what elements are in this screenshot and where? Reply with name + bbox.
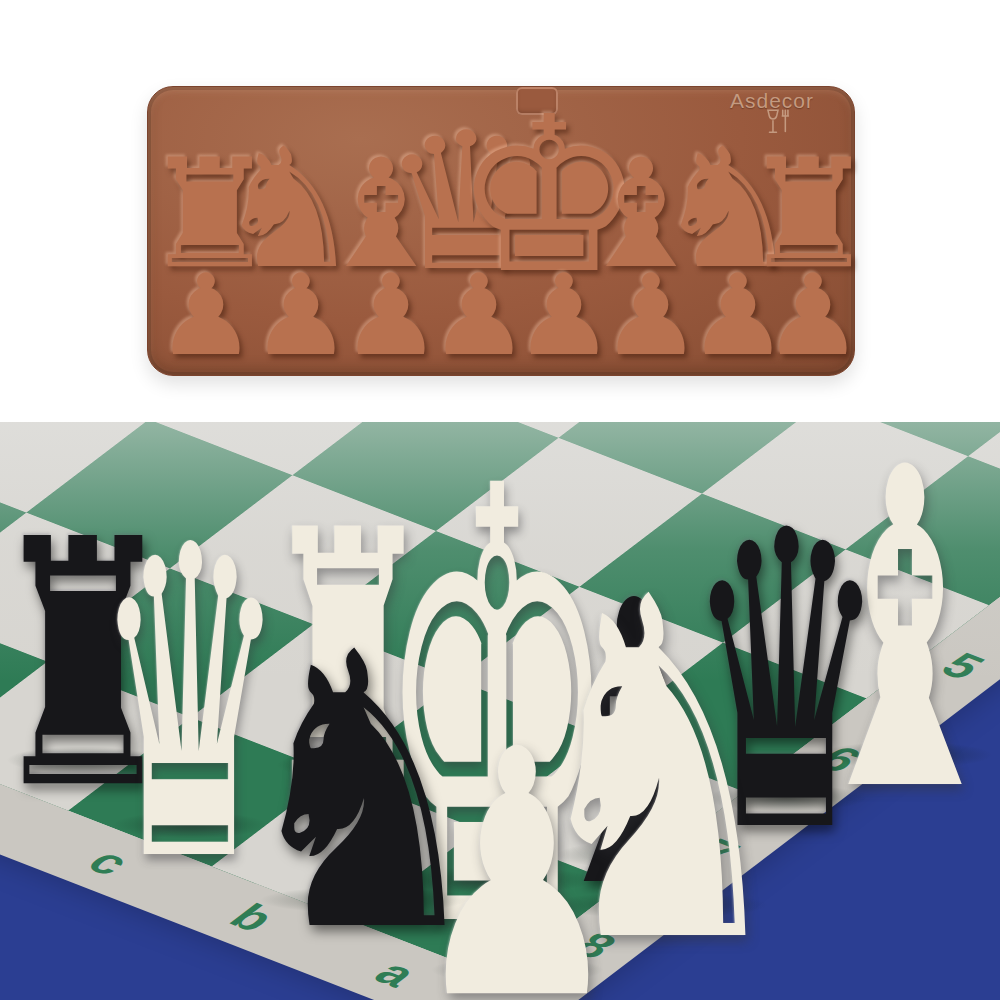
- mold-cavity-pawn: ♟: [156, 259, 256, 371]
- board-photo: dcba5678 ♜♛♜♞♚♟♝♞♛♝: [0, 422, 1000, 1000]
- piece-white-pawn: ♟: [410, 705, 623, 1000]
- chocolate-chess-mold: Asdecor ♜♞♝♛♚♝♞♜♟♟♟♟♟♟♟♟: [147, 86, 855, 376]
- mold-cavity-pawn: ♟: [601, 259, 701, 371]
- mold-cavity-pawn: ♟: [251, 259, 351, 371]
- mold-photo: Asdecor ♜♞♝♛♚♝♞♜♟♟♟♟♟♟♟♟: [0, 0, 1000, 422]
- mold-cavity-pawn: ♟: [514, 259, 614, 371]
- mold-cavity-pawn: ♟: [763, 259, 863, 371]
- mold-cavity-pawn: ♟: [341, 259, 441, 371]
- mold-cavities: ♜♞♝♛♚♝♞♜♟♟♟♟♟♟♟♟: [148, 87, 854, 375]
